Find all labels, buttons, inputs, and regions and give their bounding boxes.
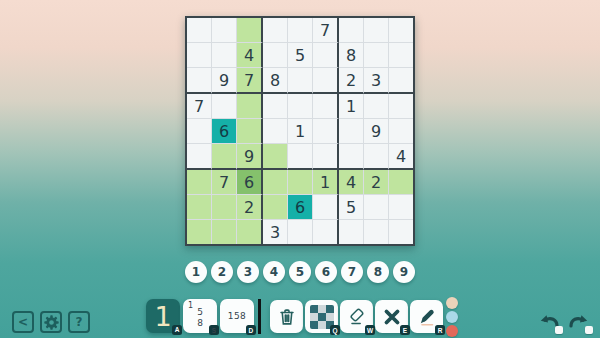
pencil-button[interactable]: R [410,300,443,333]
cell-r2c8[interactable] [364,43,389,68]
cell-r9c2[interactable] [212,220,237,244]
color-swatch-1[interactable] [446,297,458,309]
cell-r4c8[interactable] [364,94,389,119]
numpad-4[interactable]: 4 [263,261,285,283]
cell-r7c3[interactable]: 6 [237,170,263,195]
cell-r9c5[interactable] [288,220,313,244]
cell-r5c4[interactable] [263,119,288,144]
cell-r3c9[interactable] [389,68,413,94]
cell-r2c3[interactable]: 4 [237,43,263,68]
cell-r1c5[interactable] [288,18,313,43]
cell-r8c8[interactable] [364,195,389,220]
cell-r6c4[interactable] [263,144,288,170]
cell-r5c5[interactable]: 1 [288,119,313,144]
cell-r2c2[interactable] [212,43,237,68]
cell-r2c4[interactable] [263,43,288,68]
cell-r4c9[interactable] [389,94,413,119]
question-mark-icon: ? [76,315,83,329]
cell-r8c7[interactable]: 5 [339,195,364,220]
cell-r2c9[interactable] [389,43,413,68]
cell-r1c4[interactable] [263,18,288,43]
sudoku-grid: 7458978237161994761422653 [185,16,415,246]
center-mark-preview: 158 [228,311,247,321]
shortcut-badge-d: D [246,325,256,335]
help-button[interactable]: ? [68,311,90,333]
cell-r3c4[interactable]: 8 [263,68,288,94]
numpad-8[interactable]: 8 [367,261,389,283]
cell-r2c6[interactable] [313,43,339,68]
cell-r1c6[interactable]: 7 [313,18,339,43]
cell-r7c5[interactable] [288,170,313,195]
numpad-1[interactable]: 1 [185,261,207,283]
cell-r3c6[interactable] [313,68,339,94]
cell-r7c2[interactable]: 7 [212,170,237,195]
answer-mode-button[interactable]: 1 A [146,299,180,333]
cell-r8c2[interactable] [212,195,237,220]
numpad-7[interactable]: 7 [341,261,363,283]
cell-r2c1[interactable] [187,43,212,68]
cell-r4c2[interactable] [212,94,237,119]
cell-r4c3[interactable] [237,94,263,119]
back-chevron-icon: < [18,315,28,329]
shortcut-badge-a: A [172,325,182,335]
answer-preview-digit: 1 [154,303,171,330]
cell-r7c6[interactable]: 1 [313,170,339,195]
cell-r1c2[interactable] [212,18,237,43]
cell-r2c7[interactable]: 8 [339,43,364,68]
cell-r7c1[interactable] [187,170,212,195]
numpad-6[interactable]: 6 [315,261,337,283]
cell-r9c3[interactable] [237,220,263,244]
center-mark-preview-5: 5 [197,307,203,317]
cell-r5c8[interactable]: 9 [364,119,389,144]
cell-r5c9[interactable] [389,119,413,144]
cell-r6c6[interactable] [313,144,339,170]
settings-button[interactable] [40,311,62,333]
cell-r9c1[interactable] [187,220,212,244]
cell-r3c1[interactable] [187,68,212,94]
undo-button[interactable] [537,309,561,333]
toolbar-divider [258,299,261,334]
cell-r3c8[interactable]: 3 [364,68,389,94]
center-mark-mode-button[interactable]: 158 D [220,299,254,333]
checkerboard-icon [310,305,334,329]
cell-r3c7[interactable]: 2 [339,68,364,94]
cell-r8c9[interactable] [389,195,413,220]
cell-r3c5[interactable] [288,68,313,94]
eraser-button[interactable]: W [340,300,373,333]
cell-r8c5[interactable]: 6 [288,195,313,220]
eraser-icon [346,306,368,328]
cell-r1c7[interactable] [339,18,364,43]
corner-mark-preview: 1 [188,301,193,310]
number-pad: 123456789 [185,261,415,283]
cell-r6c8[interactable] [364,144,389,170]
redo-button[interactable] [567,309,591,333]
delete-button[interactable] [270,300,303,333]
trash-icon [276,306,298,328]
color-paint-button[interactable]: Q [305,300,338,333]
cell-r5c3[interactable] [237,119,263,144]
cell-r8c6[interactable] [313,195,339,220]
center-mark-preview-8: 8 [197,318,203,328]
back-button[interactable]: < [12,311,34,333]
cell-r8c3[interactable]: 2 [237,195,263,220]
numpad-9[interactable]: 9 [393,261,415,283]
cell-r6c1[interactable] [187,144,212,170]
redo-shortcut-badge [585,326,593,334]
cell-r5c6[interactable] [313,119,339,144]
cell-r6c7[interactable] [339,144,364,170]
cell-r8c4[interactable] [263,195,288,220]
cell-r9c7[interactable] [339,220,364,244]
cell-r4c1[interactable]: 7 [187,94,212,119]
cell-r1c3[interactable] [237,18,263,43]
cell-r5c1[interactable] [187,119,212,144]
cell-r4c4[interactable] [263,94,288,119]
cell-r7c8[interactable]: 2 [364,170,389,195]
clear-button[interactable]: E [375,300,408,333]
cell-r4c6[interactable] [313,94,339,119]
shortcut-badge-s: S [209,325,219,335]
cell-r6c5[interactable] [288,144,313,170]
cell-r9c6[interactable] [313,220,339,244]
cell-r1c1[interactable] [187,18,212,43]
gear-icon [44,315,59,330]
sudoku-app: 7458978237161994761422653 123456789 < [0,0,600,338]
cell-r7c4[interactable] [263,170,288,195]
x-icon [381,306,403,328]
cell-r7c9[interactable] [389,170,413,195]
color-swatches [446,297,458,337]
cell-r4c7[interactable]: 1 [339,94,364,119]
undo-shortcut-badge [555,326,563,334]
cell-r5c7[interactable] [339,119,364,144]
cell-r9c8[interactable] [364,220,389,244]
color-swatch-2[interactable] [446,311,458,323]
cell-r1c8[interactable] [364,18,389,43]
color-swatch-3[interactable] [446,325,458,337]
cell-r4c5[interactable] [288,94,313,119]
cell-r3c2[interactable]: 9 [212,68,237,94]
numpad-3[interactable]: 3 [237,261,259,283]
numpad-5[interactable]: 5 [289,261,311,283]
cell-r6c2[interactable] [212,144,237,170]
cell-r6c3[interactable]: 9 [237,144,263,170]
cell-r7c7[interactable]: 4 [339,170,364,195]
cell-r5c2[interactable]: 6 [212,119,237,144]
cell-r3c3[interactable]: 7 [237,68,263,94]
pencil-icon [415,305,439,329]
cell-r9c4[interactable]: 3 [263,220,288,244]
cell-r1c9[interactable] [389,18,413,43]
cell-r2c5[interactable]: 5 [288,43,313,68]
cell-r6c9[interactable]: 4 [389,144,413,170]
cell-r8c1[interactable] [187,195,212,220]
numpad-2[interactable]: 2 [211,261,233,283]
corner-mark-mode-button[interactable]: 1 5 8 S [183,299,217,333]
cell-r9c9[interactable] [389,220,413,244]
